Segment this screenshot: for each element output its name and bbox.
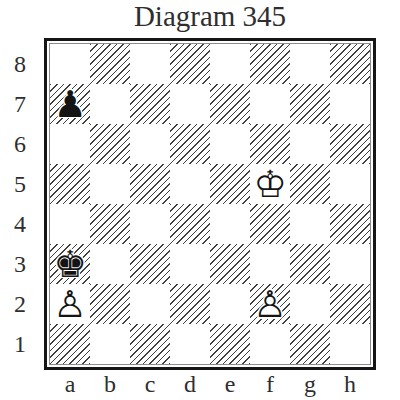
square-e1 xyxy=(210,324,250,364)
diagram-title: Diagram 345 xyxy=(44,0,376,34)
square-b5 xyxy=(90,164,130,204)
square-c8 xyxy=(130,44,170,84)
square-h8 xyxy=(330,44,370,84)
file-label-e: e xyxy=(210,370,250,398)
square-e2 xyxy=(210,284,250,324)
square-f8 xyxy=(250,44,290,84)
rank-label-2: 2 xyxy=(2,284,38,324)
rank-label-5: 5 xyxy=(2,164,38,204)
square-g3 xyxy=(290,244,330,284)
square-h3 xyxy=(330,244,370,284)
file-label-g: g xyxy=(290,370,330,398)
square-h5 xyxy=(330,164,370,204)
square-f6 xyxy=(250,124,290,164)
square-c6 xyxy=(130,124,170,164)
square-h6 xyxy=(330,124,370,164)
square-d4 xyxy=(170,204,210,244)
square-b3 xyxy=(90,244,130,284)
file-label-a: a xyxy=(50,370,90,398)
rank-label-7: 7 xyxy=(2,84,38,124)
square-e8 xyxy=(210,44,250,84)
square-a2 xyxy=(50,284,90,324)
square-f3 xyxy=(250,244,290,284)
square-d5 xyxy=(170,164,210,204)
chess-board-frame: ♟♚♔♚♟♙♟♙ xyxy=(44,38,376,370)
square-h2 xyxy=(330,284,370,324)
square-a8 xyxy=(50,44,90,84)
square-c2 xyxy=(130,284,170,324)
square-c5 xyxy=(130,164,170,204)
square-h7 xyxy=(330,84,370,124)
square-h1 xyxy=(330,324,370,364)
square-a6 xyxy=(50,124,90,164)
square-b2 xyxy=(90,284,130,324)
square-g6 xyxy=(290,124,330,164)
square-e4 xyxy=(210,204,250,244)
file-label-b: b xyxy=(90,370,130,398)
rank-label-8: 8 xyxy=(2,44,38,84)
square-d2 xyxy=(170,284,210,324)
file-label-d: d xyxy=(170,370,210,398)
file-label-c: c xyxy=(130,370,170,398)
square-d3 xyxy=(170,244,210,284)
file-label-h: h xyxy=(330,370,370,398)
square-d7 xyxy=(170,84,210,124)
chess-board: ♟♚♔♚♟♙♟♙ xyxy=(50,44,370,364)
square-d8 xyxy=(170,44,210,84)
square-b8 xyxy=(90,44,130,84)
square-f2 xyxy=(250,284,290,324)
file-label-f: f xyxy=(250,370,290,398)
square-g7 xyxy=(290,84,330,124)
square-b1 xyxy=(90,324,130,364)
square-c3 xyxy=(130,244,170,284)
rank-labels: 87654321 xyxy=(2,44,38,364)
square-e7 xyxy=(210,84,250,124)
square-g2 xyxy=(290,284,330,324)
square-h4 xyxy=(330,204,370,244)
rank-label-6: 6 xyxy=(2,124,38,164)
square-b7 xyxy=(90,84,130,124)
square-c1 xyxy=(130,324,170,364)
square-b4 xyxy=(90,204,130,244)
square-c7 xyxy=(130,84,170,124)
square-g1 xyxy=(290,324,330,364)
square-g4 xyxy=(290,204,330,244)
square-g5 xyxy=(290,164,330,204)
square-a5 xyxy=(50,164,90,204)
square-a4 xyxy=(50,204,90,244)
square-d1 xyxy=(170,324,210,364)
square-f1 xyxy=(250,324,290,364)
square-b6 xyxy=(90,124,130,164)
square-f4 xyxy=(250,204,290,244)
square-a1 xyxy=(50,324,90,364)
square-f7 xyxy=(250,84,290,124)
square-c4 xyxy=(130,204,170,244)
square-a7 xyxy=(50,84,90,124)
square-f5 xyxy=(250,164,290,204)
rank-label-3: 3 xyxy=(2,244,38,284)
square-d6 xyxy=(170,124,210,164)
square-e3 xyxy=(210,244,250,284)
square-a3 xyxy=(50,244,90,284)
file-labels: abcdefgh xyxy=(50,370,370,398)
rank-label-1: 1 xyxy=(2,324,38,364)
rank-label-4: 4 xyxy=(2,204,38,244)
square-e6 xyxy=(210,124,250,164)
square-e5 xyxy=(210,164,250,204)
square-g8 xyxy=(290,44,330,84)
